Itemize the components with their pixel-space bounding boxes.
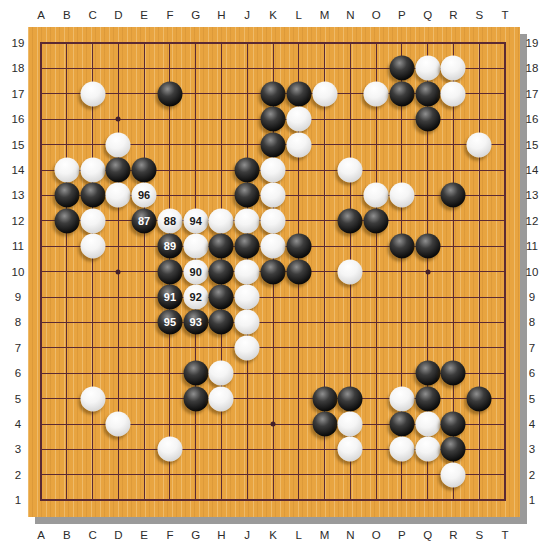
move-91-stone-F9: 91 [157, 285, 182, 310]
column-label-bottom-O: O [372, 529, 381, 541]
row-label-left-15: 15 [12, 139, 25, 151]
white-stone-J7 [235, 335, 260, 360]
white-stone-Q18 [415, 56, 440, 81]
column-label-bottom-H: H [217, 529, 225, 541]
black-stone-F10 [157, 259, 182, 284]
black-stone-R13 [441, 183, 466, 208]
row-label-right-17: 17 [526, 88, 539, 100]
grid-line-vertical [376, 42, 377, 501]
white-stone-D13 [106, 183, 131, 208]
white-stone-P5 [389, 386, 414, 411]
go-board: 96878894899091929593 [28, 27, 520, 517]
black-stone-O12 [364, 208, 389, 233]
move-87-stone-E12: 87 [132, 208, 157, 233]
white-stone-N10 [338, 259, 363, 284]
column-label-top-A: A [37, 9, 45, 21]
white-stone-G11 [183, 234, 208, 259]
white-stone-L15 [286, 132, 311, 157]
black-stone-C13 [80, 183, 105, 208]
row-label-left-2: 2 [15, 469, 21, 481]
white-stone-O17 [364, 81, 389, 106]
column-label-bottom-R: R [449, 529, 457, 541]
grid-line-horizontal [40, 474, 506, 475]
black-stone-Q16 [415, 107, 440, 132]
black-stone-H8 [209, 310, 234, 335]
column-label-bottom-P: P [398, 529, 406, 541]
grid-line-horizontal [40, 347, 506, 348]
row-label-left-1: 1 [15, 494, 21, 506]
black-stone-Q5 [415, 386, 440, 411]
white-stone-C14 [80, 158, 105, 183]
black-stone-D14 [106, 158, 131, 183]
row-label-left-5: 5 [15, 393, 21, 405]
column-label-bottom-C: C [88, 529, 96, 541]
black-stone-R3 [441, 437, 466, 462]
row-label-left-6: 6 [15, 367, 21, 379]
column-label-bottom-G: G [191, 529, 200, 541]
column-label-bottom-B: B [63, 529, 71, 541]
column-label-top-J: J [244, 9, 250, 21]
white-stone-P13 [389, 183, 414, 208]
column-label-bottom-D: D [114, 529, 122, 541]
row-label-right-2: 2 [529, 469, 535, 481]
column-label-bottom-T: T [502, 529, 509, 541]
black-stone-H10 [209, 259, 234, 284]
white-stone-C17 [80, 81, 105, 106]
black-stone-N5 [338, 386, 363, 411]
white-stone-K12 [261, 208, 286, 233]
row-label-left-9: 9 [15, 291, 21, 303]
black-stone-M4 [312, 412, 337, 437]
go-diagram: 96878894899091929593 AABBCCDDEEFFGGHHJJK… [0, 0, 550, 550]
white-stone-C5 [80, 386, 105, 411]
black-stone-P17 [389, 81, 414, 106]
row-label-right-8: 8 [529, 316, 535, 328]
white-stone-D4 [106, 412, 131, 437]
white-stone-H12 [209, 208, 234, 233]
black-stone-K15 [261, 132, 286, 157]
white-stone-K13 [261, 183, 286, 208]
column-label-top-T: T [502, 9, 509, 21]
column-label-top-B: B [63, 9, 71, 21]
white-stone-Q3 [415, 437, 440, 462]
column-label-top-R: R [449, 9, 457, 21]
row-label-left-13: 13 [12, 189, 25, 201]
black-stone-J13 [235, 183, 260, 208]
column-label-top-L: L [296, 9, 302, 21]
column-label-bottom-N: N [346, 529, 354, 541]
black-stone-P4 [389, 412, 414, 437]
grid-line-horizontal [40, 499, 506, 501]
black-stone-N12 [338, 208, 363, 233]
row-label-right-16: 16 [526, 113, 539, 125]
row-label-left-3: 3 [15, 443, 21, 455]
black-stone-G6 [183, 361, 208, 386]
row-label-right-10: 10 [526, 266, 539, 278]
white-stone-C12 [80, 208, 105, 233]
white-stone-H6 [209, 361, 234, 386]
black-stone-R4 [441, 412, 466, 437]
white-stone-K11 [261, 234, 286, 259]
row-label-right-6: 6 [529, 367, 535, 379]
column-label-top-H: H [217, 9, 225, 21]
black-stone-B12 [54, 208, 79, 233]
column-label-bottom-A: A [37, 529, 45, 541]
row-label-right-5: 5 [529, 393, 535, 405]
column-label-bottom-K: K [269, 529, 277, 541]
black-stone-M5 [312, 386, 337, 411]
row-label-right-1: 1 [529, 494, 535, 506]
star-point [116, 269, 121, 274]
row-label-right-9: 9 [529, 291, 535, 303]
column-label-top-K: K [269, 9, 277, 21]
white-stone-B14 [54, 158, 79, 183]
white-stone-N14 [338, 158, 363, 183]
white-stone-F3 [157, 437, 182, 462]
move-92-stone-G9: 92 [183, 285, 208, 310]
move-90-stone-G10: 90 [183, 259, 208, 284]
white-stone-S15 [467, 132, 492, 157]
black-stone-Q11 [415, 234, 440, 259]
white-stone-J9 [235, 285, 260, 310]
white-stone-D15 [106, 132, 131, 157]
column-label-top-M: M [320, 9, 330, 21]
star-point [271, 422, 276, 427]
black-stone-G5 [183, 386, 208, 411]
row-label-left-7: 7 [15, 342, 21, 354]
white-stone-R17 [441, 81, 466, 106]
white-stone-J10 [235, 259, 260, 284]
row-label-right-19: 19 [526, 37, 539, 49]
column-label-bottom-L: L [296, 529, 302, 541]
column-label-bottom-S: S [475, 529, 483, 541]
row-label-right-13: 13 [526, 189, 539, 201]
row-label-left-17: 17 [12, 88, 25, 100]
black-stone-H11 [209, 234, 234, 259]
white-stone-H5 [209, 386, 234, 411]
column-label-bottom-F: F [166, 529, 173, 541]
white-stone-L16 [286, 107, 311, 132]
column-label-bottom-E: E [140, 529, 148, 541]
row-label-left-11: 11 [12, 240, 24, 252]
column-label-top-S: S [475, 9, 483, 21]
black-stone-P11 [389, 234, 414, 259]
move-93-stone-G8: 93 [183, 310, 208, 335]
column-label-top-D: D [114, 9, 122, 21]
row-label-left-16: 16 [12, 113, 25, 125]
row-label-left-8: 8 [15, 316, 21, 328]
column-label-bottom-Q: Q [423, 529, 432, 541]
move-96-stone-E13: 96 [132, 183, 157, 208]
black-stone-S5 [467, 386, 492, 411]
row-label-right-18: 18 [526, 62, 539, 74]
move-95-stone-F8: 95 [157, 310, 182, 335]
column-label-top-E: E [140, 9, 148, 21]
white-stone-J12 [235, 208, 260, 233]
white-stone-R2 [441, 462, 466, 487]
grid-line-vertical [479, 42, 480, 501]
black-stone-Q6 [415, 361, 440, 386]
black-stone-L10 [286, 259, 311, 284]
row-label-right-7: 7 [529, 342, 535, 354]
black-stone-K16 [261, 107, 286, 132]
white-stone-J8 [235, 310, 260, 335]
black-stone-F17 [157, 81, 182, 106]
row-label-right-3: 3 [529, 443, 535, 455]
star-point [425, 269, 430, 274]
column-label-top-G: G [191, 9, 200, 21]
column-label-top-P: P [398, 9, 406, 21]
move-88-stone-F12: 88 [157, 208, 182, 233]
black-stone-B13 [54, 183, 79, 208]
move-89-stone-F11: 89 [157, 234, 182, 259]
move-94-stone-G12: 94 [183, 208, 208, 233]
black-stone-R6 [441, 361, 466, 386]
white-stone-P3 [389, 437, 414, 462]
row-label-left-10: 10 [12, 266, 25, 278]
white-stone-Q4 [415, 412, 440, 437]
black-stone-J14 [235, 158, 260, 183]
grid-line-vertical [504, 42, 506, 501]
white-stone-R18 [441, 56, 466, 81]
row-label-left-4: 4 [15, 418, 21, 430]
white-stone-K14 [261, 158, 286, 183]
black-stone-E14 [132, 158, 157, 183]
column-label-bottom-M: M [320, 529, 330, 541]
black-stone-H9 [209, 285, 234, 310]
star-point [116, 117, 121, 122]
white-stone-N4 [338, 412, 363, 437]
row-label-right-4: 4 [529, 418, 535, 430]
column-label-top-Q: Q [423, 9, 432, 21]
column-label-bottom-J: J [244, 529, 250, 541]
row-label-right-12: 12 [526, 215, 539, 227]
black-stone-L11 [286, 234, 311, 259]
row-label-left-19: 19 [12, 37, 25, 49]
black-stone-K10 [261, 259, 286, 284]
row-label-right-11: 11 [526, 240, 538, 252]
grid-line-horizontal [40, 297, 506, 298]
black-stone-L17 [286, 81, 311, 106]
row-label-left-12: 12 [12, 215, 25, 227]
grid-line-horizontal [40, 322, 506, 323]
white-stone-N3 [338, 437, 363, 462]
column-label-top-F: F [166, 9, 173, 21]
black-stone-J11 [235, 234, 260, 259]
black-stone-P18 [389, 56, 414, 81]
white-stone-C11 [80, 234, 105, 259]
column-label-top-O: O [372, 9, 381, 21]
white-stone-M17 [312, 81, 337, 106]
row-label-left-18: 18 [12, 62, 25, 74]
row-label-right-15: 15 [526, 139, 539, 151]
black-stone-K17 [261, 81, 286, 106]
black-stone-Q17 [415, 81, 440, 106]
row-label-left-14: 14 [12, 164, 25, 176]
column-label-top-N: N [346, 9, 354, 21]
column-label-top-C: C [88, 9, 96, 21]
row-label-right-14: 14 [526, 164, 539, 176]
white-stone-O13 [364, 183, 389, 208]
